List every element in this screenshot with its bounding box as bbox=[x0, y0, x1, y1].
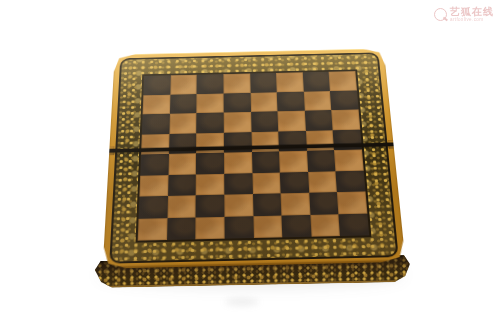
board-square-r3c8[interactable] bbox=[332, 109, 361, 129]
board-square-r7c8[interactable] bbox=[337, 191, 367, 213]
board-square-r1c3[interactable] bbox=[197, 74, 224, 94]
board-square-r1c4[interactable] bbox=[223, 74, 250, 94]
board-square-r2c6[interactable] bbox=[277, 91, 305, 111]
board-square-r3c7[interactable] bbox=[305, 110, 333, 130]
board-square-r2c7[interactable] bbox=[304, 91, 332, 111]
board-square-r5c7[interactable] bbox=[307, 150, 336, 171]
board-square-r3c4[interactable] bbox=[224, 112, 251, 132]
board-square-r7c7[interactable] bbox=[309, 192, 339, 214]
board-square-r8c7[interactable] bbox=[310, 214, 340, 237]
board-square-r3c5[interactable] bbox=[251, 111, 279, 131]
board-square-r7c5[interactable] bbox=[252, 193, 281, 215]
board-square-r2c4[interactable] bbox=[223, 92, 250, 112]
board-square-r7c6[interactable] bbox=[281, 193, 310, 215]
board-square-r1c5[interactable] bbox=[250, 73, 277, 93]
watermark-subtext: artfoxlive.com bbox=[450, 18, 494, 23]
watermark: 艺狐在线 artfoxlive.com bbox=[434, 7, 494, 23]
board-square-r5c6[interactable] bbox=[279, 151, 308, 172]
board-square-r6c4[interactable] bbox=[224, 173, 252, 195]
board-square-r8c4[interactable] bbox=[224, 216, 253, 239]
board-square-r7c1[interactable] bbox=[139, 196, 168, 218]
board-square-r7c2[interactable] bbox=[167, 195, 196, 217]
board-square-r6c6[interactable] bbox=[280, 171, 309, 193]
board-square-r2c8[interactable] bbox=[330, 90, 358, 110]
board-square-r6c8[interactable] bbox=[336, 170, 366, 192]
board-square-r3c1[interactable] bbox=[142, 114, 170, 134]
board-square-r5c2[interactable] bbox=[168, 153, 196, 174]
board-square-r1c7[interactable] bbox=[303, 72, 331, 92]
board-square-r2c3[interactable] bbox=[197, 93, 224, 113]
small-ground-shadow bbox=[225, 298, 259, 306]
board-square-r3c6[interactable] bbox=[278, 111, 306, 131]
photo-stage: 艺狐在线 artfoxlive.com bbox=[0, 0, 500, 334]
board-square-r8c6[interactable] bbox=[282, 214, 312, 237]
magnifier-logo-icon bbox=[434, 8, 447, 21]
board-square-r1c2[interactable] bbox=[170, 75, 197, 95]
board-square-r5c1[interactable] bbox=[140, 154, 168, 175]
board-square-r1c1[interactable] bbox=[143, 75, 170, 95]
board-square-r8c5[interactable] bbox=[253, 215, 282, 238]
board-square-r5c5[interactable] bbox=[252, 151, 280, 172]
board-square-r8c1[interactable] bbox=[138, 218, 167, 241]
board-square-r2c5[interactable] bbox=[250, 92, 277, 112]
board-grid bbox=[138, 71, 370, 241]
board-square-r6c2[interactable] bbox=[168, 174, 196, 196]
board-square-r7c3[interactable] bbox=[196, 195, 225, 217]
board-square-r6c7[interactable] bbox=[308, 171, 337, 193]
board-square-r5c4[interactable] bbox=[224, 152, 252, 173]
board-square-r3c2[interactable] bbox=[169, 113, 196, 133]
board-square-r6c1[interactable] bbox=[139, 175, 168, 197]
chessboard bbox=[103, 48, 406, 268]
board-square-r2c1[interactable] bbox=[143, 94, 170, 114]
board-square-r5c8[interactable] bbox=[334, 149, 363, 170]
board-square-r8c3[interactable] bbox=[196, 216, 225, 239]
board-square-r6c3[interactable] bbox=[196, 173, 224, 195]
board-square-r1c8[interactable] bbox=[329, 71, 357, 91]
watermark-text: 艺狐在线 bbox=[450, 7, 494, 17]
board-square-r8c8[interactable] bbox=[339, 213, 369, 236]
board-square-r1c6[interactable] bbox=[276, 72, 303, 92]
board-square-r7c4[interactable] bbox=[224, 194, 253, 216]
board-square-r8c2[interactable] bbox=[167, 217, 196, 240]
board-square-r6c5[interactable] bbox=[252, 172, 281, 194]
board-square-r3c3[interactable] bbox=[196, 112, 223, 132]
board-square-r2c2[interactable] bbox=[170, 94, 197, 114]
board-square-r5c3[interactable] bbox=[196, 153, 224, 174]
